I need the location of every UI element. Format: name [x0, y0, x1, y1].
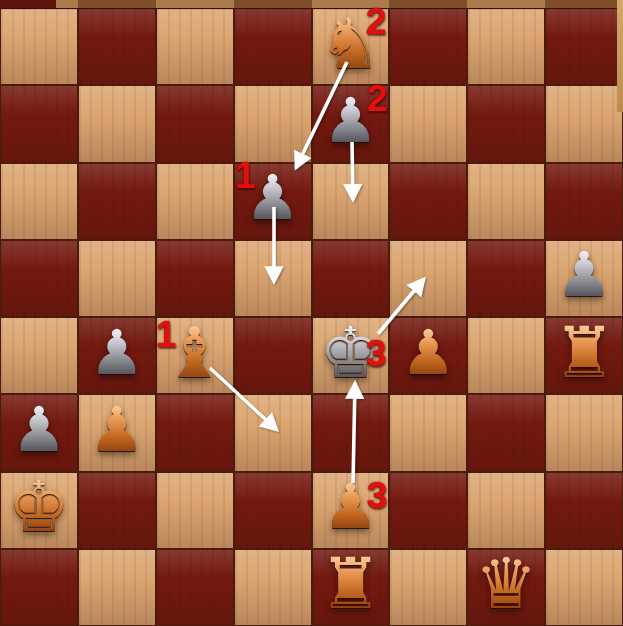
square-h2[interactable]: [545, 472, 623, 549]
square-f2[interactable]: [389, 472, 467, 549]
piece-white-pawn-e2[interactable]: ♟: [313, 473, 389, 548]
square-a1[interactable]: [0, 549, 78, 626]
board-frame-top: [0, 0, 623, 8]
square-c8[interactable]: [156, 8, 234, 85]
square-c2[interactable]: [156, 472, 234, 549]
square-f4[interactable]: ♟: [389, 317, 467, 394]
square-a7[interactable]: [0, 85, 78, 162]
white-bishop-icon: ♝: [163, 318, 226, 388]
white-pawn-icon: ♟: [323, 476, 379, 538]
square-e4[interactable]: ♚: [312, 317, 390, 394]
piece-black-pawn-e7[interactable]: ♟: [313, 86, 389, 161]
piece-white-rook-e1[interactable]: ♜: [313, 550, 389, 625]
square-g1[interactable]: ♛: [467, 549, 545, 626]
square-g4[interactable]: [467, 317, 545, 394]
square-c1[interactable]: [156, 549, 234, 626]
square-g6[interactable]: [467, 163, 545, 240]
square-a2[interactable]: ♚: [0, 472, 78, 549]
square-f5[interactable]: [389, 240, 467, 317]
white-rook-icon: ♜: [553, 318, 616, 388]
square-c3[interactable]: [156, 394, 234, 471]
piece-white-pawn-b3[interactable]: ♟: [79, 395, 155, 470]
square-h1[interactable]: [545, 549, 623, 626]
piece-white-knight-e8[interactable]: ♞: [313, 9, 389, 84]
square-a5[interactable]: [0, 240, 78, 317]
board: ♞♟♟♟♟♝♚♟♜♟♟♚♟♜♛: [0, 8, 623, 626]
square-c6[interactable]: [156, 163, 234, 240]
piece-white-queen-g1[interactable]: ♛: [468, 550, 544, 625]
square-b7[interactable]: [78, 85, 156, 162]
black-king-icon: ♚: [319, 318, 382, 388]
white-king-icon: ♚: [8, 472, 71, 542]
piece-black-pawn-h5[interactable]: ♟: [546, 241, 622, 316]
square-d8[interactable]: [234, 8, 312, 85]
square-e2[interactable]: ♟: [312, 472, 390, 549]
square-d1[interactable]: [234, 549, 312, 626]
square-e6[interactable]: [312, 163, 390, 240]
white-knight-icon: ♞: [319, 9, 382, 79]
square-b6[interactable]: [78, 163, 156, 240]
square-a4[interactable]: [0, 317, 78, 394]
square-g5[interactable]: [467, 240, 545, 317]
square-f1[interactable]: [389, 549, 467, 626]
black-pawn-icon: ♟: [323, 90, 379, 152]
square-b4[interactable]: ♟: [78, 317, 156, 394]
square-d3[interactable]: [234, 394, 312, 471]
square-e8[interactable]: ♞: [312, 8, 390, 85]
square-e1[interactable]: ♜: [312, 549, 390, 626]
piece-black-pawn-b4[interactable]: ♟: [79, 318, 155, 393]
square-h6[interactable]: [545, 163, 623, 240]
square-g7[interactable]: [467, 85, 545, 162]
white-pawn-icon: ♟: [401, 322, 457, 384]
square-b8[interactable]: [78, 8, 156, 85]
square-d4[interactable]: [234, 317, 312, 394]
square-f7[interactable]: [389, 85, 467, 162]
chess-app-screenshot: ♞♟♟♟♟♝♚♟♜♟♟♚♟♜♛ 221133: [0, 0, 623, 626]
square-g8[interactable]: [467, 8, 545, 85]
square-c7[interactable]: [156, 85, 234, 162]
white-rook-icon: ♜: [319, 549, 382, 619]
square-b3[interactable]: ♟: [78, 394, 156, 471]
square-b5[interactable]: [78, 240, 156, 317]
square-d5[interactable]: [234, 240, 312, 317]
square-f3[interactable]: [389, 394, 467, 471]
square-h4[interactable]: ♜: [545, 317, 623, 394]
square-d6[interactable]: ♟: [234, 163, 312, 240]
white-pawn-icon: ♟: [89, 399, 145, 461]
square-g2[interactable]: [467, 472, 545, 549]
square-f8[interactable]: [389, 8, 467, 85]
square-f6[interactable]: [389, 163, 467, 240]
piece-white-pawn-f4[interactable]: ♟: [390, 318, 466, 393]
square-h5[interactable]: ♟: [545, 240, 623, 317]
square-e3[interactable]: [312, 394, 390, 471]
piece-white-rook-h4[interactable]: ♜: [546, 318, 622, 393]
square-a3[interactable]: ♟: [0, 394, 78, 471]
square-h3[interactable]: [545, 394, 623, 471]
square-b1[interactable]: [78, 549, 156, 626]
square-h7[interactable]: [545, 85, 623, 162]
square-d2[interactable]: [234, 472, 312, 549]
piece-white-king-a2[interactable]: ♚: [1, 473, 77, 548]
black-pawn-icon: ♟: [89, 322, 145, 384]
square-b2[interactable]: [78, 472, 156, 549]
square-c4[interactable]: ♝: [156, 317, 234, 394]
white-queen-icon: ♛: [475, 549, 538, 619]
black-pawn-icon: ♟: [11, 399, 67, 461]
square-e7[interactable]: ♟: [312, 85, 390, 162]
piece-white-bishop-c4[interactable]: ♝: [157, 318, 233, 393]
square-a8[interactable]: [0, 8, 78, 85]
square-e5[interactable]: [312, 240, 390, 317]
square-d7[interactable]: [234, 85, 312, 162]
piece-black-pawn-a3[interactable]: ♟: [1, 395, 77, 470]
piece-black-king-e4[interactable]: ♚: [313, 318, 389, 393]
black-pawn-icon: ♟: [245, 167, 301, 229]
black-pawn-icon: ♟: [556, 244, 612, 306]
square-c5[interactable]: [156, 240, 234, 317]
square-g3[interactable]: [467, 394, 545, 471]
piece-black-pawn-d6[interactable]: ♟: [235, 164, 311, 239]
square-h8[interactable]: [545, 8, 623, 85]
board-frame-right-edge: [617, 0, 623, 112]
square-a6[interactable]: [0, 163, 78, 240]
